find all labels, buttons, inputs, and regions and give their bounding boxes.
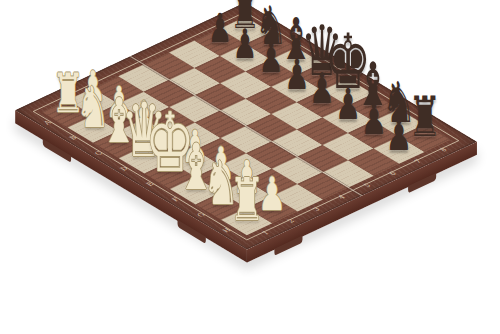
file-label-G: G <box>194 211 209 219</box>
rank-label-8: 8 <box>436 146 451 154</box>
case-foot <box>408 173 436 193</box>
chess-board: ABCDEFGH12345678 <box>15 2 477 249</box>
rank-label-1: 1 <box>258 229 273 237</box>
rank-label-6: 6 <box>385 170 400 178</box>
file-label-B: B <box>66 134 81 142</box>
file-label-D: D <box>117 165 132 173</box>
rank-label-5: 5 <box>360 181 375 189</box>
rank-label-3: 3 <box>309 205 324 213</box>
case-foot <box>275 236 303 256</box>
file-label-E: E <box>142 180 157 188</box>
case-foot <box>43 139 71 163</box>
file-label-C: C <box>91 149 106 157</box>
rank-label-2: 2 <box>284 217 299 225</box>
file-label-A: A <box>40 119 55 127</box>
case-foot <box>177 220 205 244</box>
chess-set-photo: ABCDEFGH12345678 ♜♟♞♟♝♟♛♟♚♟♟♝♜♟♟♞♞♟♟♜♝♟♟… <box>0 0 500 334</box>
file-label-F: F <box>168 196 183 204</box>
rank-label-4: 4 <box>334 193 349 201</box>
rank-label-7: 7 <box>411 158 426 166</box>
file-label-H: H <box>219 226 234 234</box>
